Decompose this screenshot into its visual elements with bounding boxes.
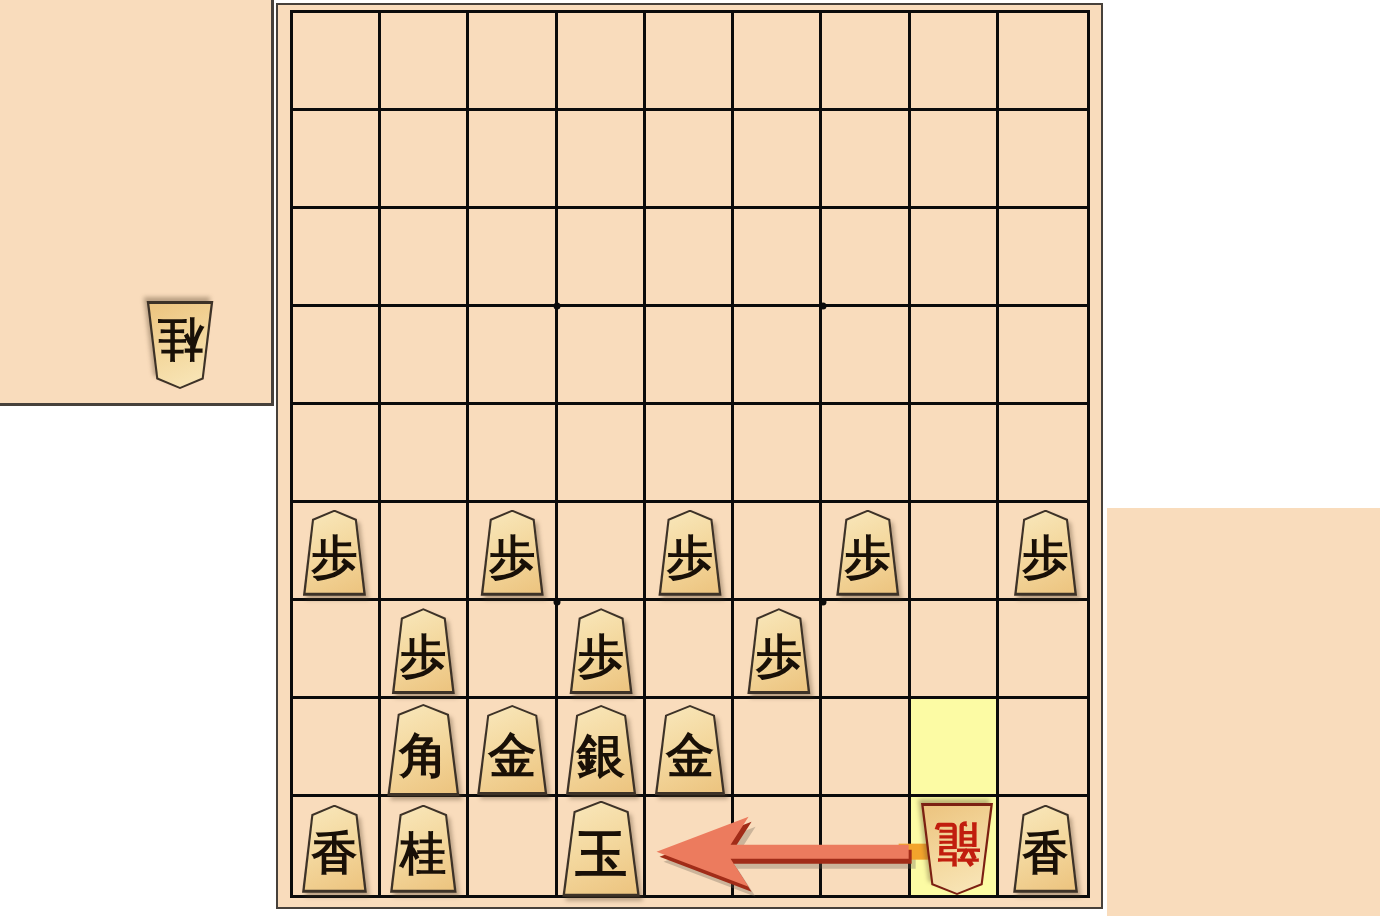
piece-pawn-sente[interactable]: 歩 [655,510,725,596]
piece-kanji-pawn: 歩 [477,510,547,596]
board-square[interactable] [558,307,646,405]
board-square[interactable] [734,307,822,405]
board-square[interactable] [999,13,1087,111]
piece-kanji-gold: 金 [473,705,551,795]
piece-pawn-sente[interactable]: 歩 [299,510,369,596]
board-square[interactable] [381,307,469,405]
piece-kanji-pawn: 歩 [655,510,725,596]
board-square[interactable] [822,601,910,699]
board-square[interactable] [469,13,557,111]
board-square[interactable] [646,209,734,307]
board-square[interactable] [646,797,734,895]
piece-pawn-sente[interactable]: 歩 [388,608,458,694]
piece-kanji-silver: 銀 [562,705,640,795]
board-square[interactable] [999,307,1087,405]
piece-pawn-sente[interactable]: 歩 [744,608,814,694]
board-square[interactable] [911,503,999,601]
board-square[interactable] [822,13,910,111]
board-square[interactable] [381,209,469,307]
board-square[interactable] [469,111,557,209]
board-square[interactable] [646,13,734,111]
board-square[interactable] [381,13,469,111]
piece-kanji-lance: 香 [1010,805,1082,893]
board-square[interactable] [381,503,469,601]
board-square[interactable] [911,307,999,405]
board-square[interactable] [293,111,381,209]
board-square[interactable] [469,601,557,699]
piece-dragon-gote[interactable]: 龍 [917,803,997,895]
board-square[interactable] [558,13,646,111]
board-square[interactable] [999,111,1087,209]
piece-kanji-knight: 桂 [386,805,460,893]
gote-captured-tray: 桂 [0,0,274,406]
piece-lance-sente[interactable]: 香 [1010,805,1082,893]
piece-kanji-pawn: 歩 [1011,510,1081,596]
piece-kanji-bishop: 角 [383,704,463,796]
hoshi-dot [553,303,560,310]
piece-kanji-pawn: 歩 [388,608,458,694]
piece-gold-sente[interactable]: 金 [651,705,729,795]
piece-king-sente[interactable]: 玉 [558,801,644,897]
piece-kanji-pawn: 歩 [833,510,903,596]
piece-kanji-gold: 金 [651,705,729,795]
board-square[interactable] [911,699,999,797]
piece-kanji-knight: 桂 [143,301,217,389]
board-square[interactable] [293,13,381,111]
board-square[interactable] [822,111,910,209]
board-square[interactable] [822,797,910,895]
board-square[interactable] [734,699,822,797]
board-square[interactable] [734,503,822,601]
piece-kanji-pawn: 歩 [744,608,814,694]
board-square[interactable] [293,699,381,797]
board-square[interactable] [469,209,557,307]
piece-pawn-sente[interactable]: 歩 [833,510,903,596]
board-square[interactable] [469,405,557,503]
board-square[interactable] [734,405,822,503]
board-square[interactable] [646,307,734,405]
board-square[interactable] [911,13,999,111]
board-square[interactable] [558,503,646,601]
piece-pawn-sente[interactable]: 歩 [566,608,636,694]
piece-kanji-king: 玉 [558,801,644,897]
hoshi-dot [820,303,827,310]
board-square[interactable] [822,699,910,797]
board-square[interactable] [381,405,469,503]
board-square[interactable] [293,405,381,503]
piece-silver-sente[interactable]: 銀 [562,705,640,795]
piece-bishop-sente[interactable]: 角 [383,704,463,796]
board-square[interactable] [999,601,1087,699]
hoshi-dot [553,599,560,606]
board-square[interactable] [822,307,910,405]
piece-kanji-dragon: 龍 [917,803,997,895]
hoshi-dot [820,599,827,606]
board-square[interactable] [469,797,557,895]
board-square[interactable] [734,111,822,209]
piece-gold-sente[interactable]: 金 [473,705,551,795]
board-square[interactable] [469,307,557,405]
board-square[interactable] [558,209,646,307]
board-square[interactable] [558,405,646,503]
board-square[interactable] [911,405,999,503]
sente-captured-tray [1107,508,1380,916]
piece-kanji-lance: 香 [298,805,370,893]
piece-pawn-sente[interactable]: 歩 [477,510,547,596]
piece-lance-sente[interactable]: 香 [298,805,370,893]
board-square[interactable] [999,209,1087,307]
board-square[interactable] [381,111,469,209]
piece-knight-gote[interactable]: 桂 [143,301,217,389]
board-square[interactable] [293,601,381,699]
board-square[interactable] [646,601,734,699]
board-square[interactable] [999,405,1087,503]
board-square[interactable] [822,405,910,503]
shogi-app-canvas: 桂 歩歩歩歩歩歩歩歩角金銀金香桂玉龍香 [0,0,1380,916]
board-square[interactable] [911,209,999,307]
piece-kanji-pawn: 歩 [566,608,636,694]
board-square[interactable] [558,111,646,209]
board-square[interactable] [293,307,381,405]
board-square[interactable] [734,797,822,895]
board-square[interactable] [911,601,999,699]
board-square[interactable] [734,13,822,111]
board-square[interactable] [293,209,381,307]
board-square[interactable] [911,111,999,209]
board-square[interactable] [822,209,910,307]
board-square[interactable] [999,699,1087,797]
board-square[interactable] [646,111,734,209]
board-square[interactable] [646,405,734,503]
piece-kanji-pawn: 歩 [299,510,369,596]
piece-knight-sente[interactable]: 桂 [386,805,460,893]
piece-pawn-sente[interactable]: 歩 [1011,510,1081,596]
board-square[interactable] [734,209,822,307]
